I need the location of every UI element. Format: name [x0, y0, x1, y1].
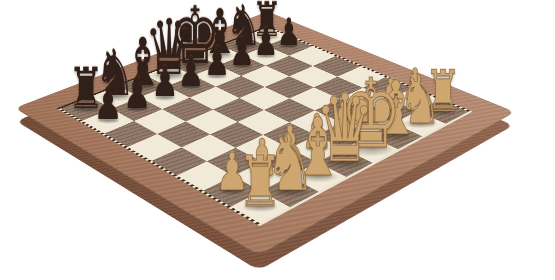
board-grid: [61, 27, 468, 223]
chess-set-photo: ♜♞♟♝♟♚♟♛♟♝♟♞♟♟♜♟♟♜♟♟♞♟♝♟♚♟♛♟♝♟♞♜: [0, 0, 555, 280]
inlay-border: [57, 26, 473, 226]
chess-board: [15, 11, 516, 255]
